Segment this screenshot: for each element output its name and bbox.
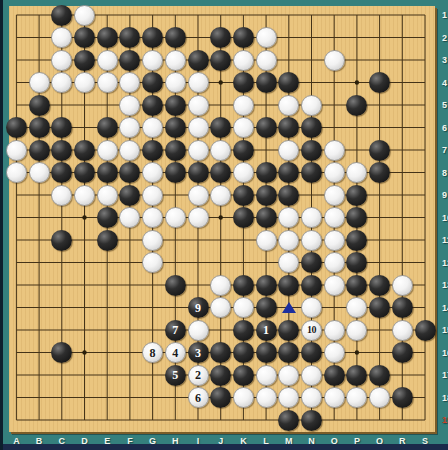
- white-stone-L17: [256, 365, 277, 386]
- black-stone-B6: [29, 117, 50, 138]
- black-stone-K2: [233, 27, 254, 48]
- white-stone-O10: [324, 207, 345, 228]
- move-number-7: 7: [172, 324, 178, 336]
- white-stone-B8: [29, 162, 50, 183]
- black-stone-K15: [233, 320, 254, 341]
- black-stone-D2: [74, 27, 95, 48]
- white-stone-I6: [188, 117, 209, 138]
- black-stone-B5: [29, 95, 50, 116]
- row-label-1: 1: [442, 10, 447, 20]
- white-stone-D4: [74, 72, 95, 93]
- white-stone-K3: [233, 50, 254, 71]
- black-stone-N7: [301, 140, 322, 161]
- black-stone-Q7: [369, 140, 390, 161]
- black-stone-H13: [165, 275, 186, 296]
- black-stone-N13: [301, 275, 322, 296]
- white-stone-D1: [74, 5, 95, 26]
- black-stone-L10: [256, 207, 277, 228]
- black-stone-I3: [188, 50, 209, 71]
- white-stone-I15: [188, 320, 209, 341]
- white-stone-I9: [188, 185, 209, 206]
- black-stone-H7: [165, 140, 186, 161]
- white-stone-G10: [142, 207, 163, 228]
- black-stone-P17: [346, 365, 367, 386]
- white-stone-F7: [119, 140, 140, 161]
- white-stone-G11: [142, 230, 163, 251]
- row-label-8: 8: [442, 168, 447, 178]
- black-stone-B7: [29, 140, 50, 161]
- black-stone-C1: [51, 5, 72, 26]
- white-stone-E3: [97, 50, 118, 71]
- row-label-11: 11: [442, 235, 448, 245]
- black-stone-L4: [256, 72, 277, 93]
- white-stone-P15: [346, 320, 367, 341]
- triangle-marker-M14: [282, 302, 296, 313]
- black-stone-K16: [233, 342, 254, 363]
- white-stone-G6: [142, 117, 163, 138]
- white-stone-O16: [324, 342, 345, 363]
- black-stone-S15: [415, 320, 436, 341]
- white-stone-N10: [301, 207, 322, 228]
- black-stone-N12: [301, 252, 322, 273]
- black-stone-D7: [74, 140, 95, 161]
- move-number-1: 1: [263, 324, 269, 336]
- black-stone-G7: [142, 140, 163, 161]
- black-stone-I8: [188, 162, 209, 183]
- black-stone-E10: [97, 207, 118, 228]
- black-stone-L9: [256, 185, 277, 206]
- white-stone-K14: [233, 297, 254, 318]
- row-label-10: 10: [442, 213, 448, 223]
- white-stone-K5: [233, 95, 254, 116]
- black-stone-H6: [165, 117, 186, 138]
- row-label-3: 3: [442, 55, 447, 65]
- black-stone-Q14: [369, 297, 390, 318]
- black-stone-Q13: [369, 275, 390, 296]
- black-stone-N19: [301, 410, 322, 431]
- black-stone-L8: [256, 162, 277, 183]
- black-stone-G2: [142, 27, 163, 48]
- white-stone-K8: [233, 162, 254, 183]
- move-number-2: 2: [195, 369, 201, 381]
- black-stone-K13: [233, 275, 254, 296]
- black-stone-P9: [346, 185, 367, 206]
- black-stone-Q17: [369, 365, 390, 386]
- black-stone-F9: [119, 185, 140, 206]
- black-stone-L6: [256, 117, 277, 138]
- move-number-3: 3: [195, 347, 201, 359]
- row-label-12: 12: [442, 258, 448, 268]
- black-stone-R18: [392, 387, 413, 408]
- white-stone-M5: [278, 95, 299, 116]
- row-label-15: 15: [442, 325, 448, 335]
- black-stone-N6: [301, 117, 322, 138]
- white-stone-G9: [142, 185, 163, 206]
- white-stone-I4: [188, 72, 209, 93]
- row-label-7: 7: [442, 145, 447, 155]
- white-stone-L18: [256, 387, 277, 408]
- white-stone-H16: 4: [165, 342, 186, 363]
- white-stone-I10: [188, 207, 209, 228]
- white-stone-H4: [165, 72, 186, 93]
- black-stone-E6: [97, 117, 118, 138]
- white-stone-A8: [6, 162, 27, 183]
- black-stone-H17: 5: [165, 365, 186, 386]
- white-stone-G3: [142, 50, 163, 71]
- go-board[interactable]: 97110843526: [9, 6, 435, 432]
- move-number-8: 8: [150, 347, 156, 359]
- white-stone-O7: [324, 140, 345, 161]
- white-stone-I5: [188, 95, 209, 116]
- white-stone-H10: [165, 207, 186, 228]
- black-stone-I14: 9: [188, 297, 209, 318]
- white-stone-E7: [97, 140, 118, 161]
- white-stone-N15: 10: [301, 320, 322, 341]
- black-stone-I16: 3: [188, 342, 209, 363]
- black-stone-C7: [51, 140, 72, 161]
- move-number-10: 10: [307, 325, 316, 335]
- black-stone-M9: [278, 185, 299, 206]
- white-stone-O3: [324, 50, 345, 71]
- white-stone-I18: 6: [188, 387, 209, 408]
- black-stone-K7: [233, 140, 254, 161]
- white-stone-F5: [119, 95, 140, 116]
- window-bottom-bar: [3, 444, 448, 450]
- white-stone-L3: [256, 50, 277, 71]
- white-stone-G16: 8: [142, 342, 163, 363]
- black-stone-R16: [392, 342, 413, 363]
- white-stone-I7: [188, 140, 209, 161]
- row-label-16: 16: [442, 348, 448, 358]
- white-stone-O13: [324, 275, 345, 296]
- black-stone-K9: [233, 185, 254, 206]
- white-stone-L2: [256, 27, 277, 48]
- black-stone-J17: [210, 365, 231, 386]
- black-stone-E2: [97, 27, 118, 48]
- white-stone-E4: [97, 72, 118, 93]
- white-stone-J13: [210, 275, 231, 296]
- white-stone-M7: [278, 140, 299, 161]
- move-number-5: 5: [172, 369, 178, 381]
- white-stone-O8: [324, 162, 345, 183]
- black-stone-H15: 7: [165, 320, 186, 341]
- white-stone-A7: [6, 140, 27, 161]
- black-stone-M19: [278, 410, 299, 431]
- white-stone-O12: [324, 252, 345, 273]
- black-stone-K17: [233, 365, 254, 386]
- black-stone-J3: [210, 50, 231, 71]
- black-stone-H8: [165, 162, 186, 183]
- black-stone-Q8: [369, 162, 390, 183]
- row-label-13: 13: [442, 280, 448, 290]
- row-label-9: 9: [442, 190, 447, 200]
- move-number-9: 9: [195, 302, 201, 314]
- black-stone-N8: [301, 162, 322, 183]
- white-stone-Q18: [369, 387, 390, 408]
- white-stone-N17: [301, 365, 322, 386]
- white-stone-O9: [324, 185, 345, 206]
- white-stone-C3: [51, 50, 72, 71]
- white-stone-I17: 2: [188, 365, 209, 386]
- black-stone-G5: [142, 95, 163, 116]
- white-stone-K18: [233, 387, 254, 408]
- white-stone-E9: [97, 185, 118, 206]
- row-label-5: 5: [442, 100, 447, 110]
- black-stone-O17: [324, 365, 345, 386]
- black-stone-L14: [256, 297, 277, 318]
- white-stone-H3: [165, 50, 186, 71]
- row-label-2: 2: [442, 33, 447, 43]
- black-stone-G4: [142, 72, 163, 93]
- white-stone-G12: [142, 252, 163, 273]
- row-label-18: 18: [442, 393, 448, 403]
- move-number-6: 6: [195, 392, 201, 404]
- white-stone-B4: [29, 72, 50, 93]
- go-app-window: 97110843526 ABCDEFGHIJKLMNOPQRS 12345678…: [0, 0, 448, 450]
- black-stone-C11: [51, 230, 72, 251]
- white-stone-N11: [301, 230, 322, 251]
- row-label-19: 19: [442, 415, 448, 425]
- white-stone-O18: [324, 387, 345, 408]
- white-stone-J9: [210, 185, 231, 206]
- white-stone-O15: [324, 320, 345, 341]
- row-label-14: 14: [442, 303, 448, 313]
- move-number-4: 4: [172, 347, 178, 359]
- black-stone-P13: [346, 275, 367, 296]
- black-stone-E11: [97, 230, 118, 251]
- black-stone-R14: [392, 297, 413, 318]
- black-stone-L13: [256, 275, 277, 296]
- white-stone-N18: [301, 387, 322, 408]
- black-stone-P11: [346, 230, 367, 251]
- black-stone-D3: [74, 50, 95, 71]
- black-stone-L16: [256, 342, 277, 363]
- black-stone-Q4: [369, 72, 390, 93]
- white-stone-G8: [142, 162, 163, 183]
- black-stone-P5: [346, 95, 367, 116]
- row-label-6: 6: [442, 123, 447, 133]
- white-stone-M11: [278, 230, 299, 251]
- white-stone-N14: [301, 297, 322, 318]
- white-stone-D9: [74, 185, 95, 206]
- white-stone-R13: [392, 275, 413, 296]
- black-stone-F3: [119, 50, 140, 71]
- black-stone-A6: [6, 117, 27, 138]
- black-stone-M13: [278, 275, 299, 296]
- black-stone-E8: [97, 162, 118, 183]
- black-stone-H5: [165, 95, 186, 116]
- black-stone-D8: [74, 162, 95, 183]
- white-stone-J7: [210, 140, 231, 161]
- white-stone-L11: [256, 230, 277, 251]
- white-stone-C9: [51, 185, 72, 206]
- black-stone-K4: [233, 72, 254, 93]
- black-stone-M15: [278, 320, 299, 341]
- white-stone-N5: [301, 95, 322, 116]
- black-stone-H2: [165, 27, 186, 48]
- row-label-17: 17: [442, 370, 448, 380]
- black-stone-N16: [301, 342, 322, 363]
- white-stone-O11: [324, 230, 345, 251]
- white-stone-M17: [278, 365, 299, 386]
- white-stone-R15: [392, 320, 413, 341]
- row-label-4: 4: [442, 78, 447, 88]
- black-stone-K10: [233, 207, 254, 228]
- black-stone-L15: 1: [256, 320, 277, 341]
- white-stone-K6: [233, 117, 254, 138]
